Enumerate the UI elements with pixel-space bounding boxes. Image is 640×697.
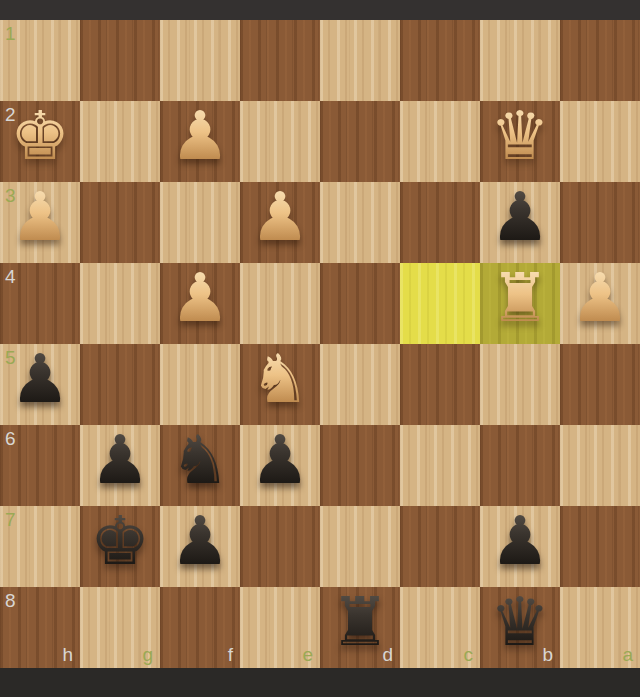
square-g3[interactable] <box>80 182 160 263</box>
rank-label-7: 7 <box>5 509 16 531</box>
square-e8[interactable]: e <box>240 587 320 668</box>
square-b7[interactable]: ♟ <box>480 506 560 587</box>
square-g8[interactable]: g <box>80 587 160 668</box>
square-e6[interactable]: ♟ <box>240 425 320 506</box>
square-g6[interactable]: ♟ <box>80 425 160 506</box>
square-a2[interactable] <box>560 101 640 182</box>
square-e1[interactable] <box>240 20 320 101</box>
black-pawn-g6[interactable]: ♟ <box>80 419 160 500</box>
square-g5[interactable] <box>80 344 160 425</box>
square-a7[interactable] <box>560 506 640 587</box>
square-h4[interactable]: 4 <box>0 263 80 344</box>
square-g1[interactable] <box>80 20 160 101</box>
square-c5[interactable] <box>400 344 480 425</box>
square-f6[interactable]: ♞ <box>160 425 240 506</box>
square-b6[interactable] <box>480 425 560 506</box>
square-g2[interactable] <box>80 101 160 182</box>
top-bar <box>0 0 640 20</box>
square-b2[interactable]: ♛ <box>480 101 560 182</box>
square-a4[interactable]: ♟ <box>560 263 640 344</box>
square-a1[interactable] <box>560 20 640 101</box>
square-g4[interactable] <box>80 263 160 344</box>
square-f5[interactable] <box>160 344 240 425</box>
file-label-a: a <box>622 644 633 666</box>
square-f8[interactable]: f <box>160 587 240 668</box>
white-pawn-h3[interactable]: ♟ <box>0 176 80 257</box>
black-pawn-e6[interactable]: ♟ <box>240 419 320 500</box>
square-h1[interactable]: 1 <box>0 20 80 101</box>
square-f4[interactable]: ♟ <box>160 263 240 344</box>
square-e7[interactable] <box>240 506 320 587</box>
square-a3[interactable] <box>560 182 640 263</box>
square-c4[interactable] <box>400 263 480 344</box>
black-pawn-f7[interactable]: ♟ <box>160 500 240 581</box>
white-pawn-e3[interactable]: ♟ <box>240 176 320 257</box>
square-h3[interactable]: 3♟ <box>0 182 80 263</box>
black-rook-d8[interactable]: ♜ <box>320 581 400 662</box>
square-f2[interactable]: ♟ <box>160 101 240 182</box>
square-d4[interactable] <box>320 263 400 344</box>
square-e5[interactable]: ♞ <box>240 344 320 425</box>
square-c2[interactable] <box>400 101 480 182</box>
square-c7[interactable] <box>400 506 480 587</box>
square-e4[interactable] <box>240 263 320 344</box>
black-knight-f6[interactable]: ♞ <box>160 419 240 500</box>
square-d3[interactable] <box>320 182 400 263</box>
square-h8[interactable]: 8h <box>0 587 80 668</box>
square-h7[interactable]: 7 <box>0 506 80 587</box>
square-f1[interactable] <box>160 20 240 101</box>
square-d6[interactable] <box>320 425 400 506</box>
square-c6[interactable] <box>400 425 480 506</box>
white-pawn-f4[interactable]: ♟ <box>160 257 240 338</box>
white-queen-b2[interactable]: ♛ <box>480 95 560 176</box>
square-a5[interactable] <box>560 344 640 425</box>
square-d5[interactable] <box>320 344 400 425</box>
square-b4[interactable]: ♜ <box>480 263 560 344</box>
square-g7[interactable]: ♚ <box>80 506 160 587</box>
square-c8[interactable]: c <box>400 587 480 668</box>
black-pawn-h5[interactable]: ♟ <box>0 338 80 419</box>
bottom-bar <box>0 668 640 697</box>
square-e3[interactable]: ♟ <box>240 182 320 263</box>
chess-app-screen: 12♚♟♛3♟♟♟4♟♜♟5♟♞6♟♞♟7♚♟♟8hgfed♜cb♛a <box>0 0 640 697</box>
square-b1[interactable] <box>480 20 560 101</box>
square-d7[interactable] <box>320 506 400 587</box>
file-label-h: h <box>62 644 73 666</box>
white-pawn-f2[interactable]: ♟ <box>160 95 240 176</box>
rank-label-8: 8 <box>5 590 16 612</box>
square-b8[interactable]: b♛ <box>480 587 560 668</box>
square-f7[interactable]: ♟ <box>160 506 240 587</box>
file-label-g: g <box>142 644 153 666</box>
square-e2[interactable] <box>240 101 320 182</box>
square-c1[interactable] <box>400 20 480 101</box>
black-pawn-b3[interactable]: ♟ <box>480 176 560 257</box>
white-knight-e5[interactable]: ♞ <box>240 338 320 419</box>
square-d1[interactable] <box>320 20 400 101</box>
square-h6[interactable]: 6 <box>0 425 80 506</box>
square-f3[interactable] <box>160 182 240 263</box>
chess-board: 12♚♟♛3♟♟♟4♟♜♟5♟♞6♟♞♟7♚♟♟8hgfed♜cb♛a <box>0 20 640 668</box>
square-a8[interactable]: a <box>560 587 640 668</box>
square-h5[interactable]: 5♟ <box>0 344 80 425</box>
black-pawn-b7[interactable]: ♟ <box>480 500 560 581</box>
white-king-h2[interactable]: ♚ <box>0 95 80 176</box>
rank-label-1: 1 <box>5 23 16 45</box>
white-rook-b4[interactable]: ♜ <box>480 257 560 338</box>
square-d2[interactable] <box>320 101 400 182</box>
square-d8[interactable]: d♜ <box>320 587 400 668</box>
white-pawn-a4[interactable]: ♟ <box>560 257 640 338</box>
file-label-c: c <box>464 644 474 666</box>
file-label-e: e <box>302 644 313 666</box>
black-queen-b8[interactable]: ♛ <box>480 581 560 662</box>
rank-label-4: 4 <box>5 266 16 288</box>
file-label-f: f <box>228 644 233 666</box>
square-a6[interactable] <box>560 425 640 506</box>
rank-label-6: 6 <box>5 428 16 450</box>
square-c3[interactable] <box>400 182 480 263</box>
black-king-g7[interactable]: ♚ <box>80 500 160 581</box>
square-b3[interactable]: ♟ <box>480 182 560 263</box>
square-h2[interactable]: 2♚ <box>0 101 80 182</box>
square-b5[interactable] <box>480 344 560 425</box>
